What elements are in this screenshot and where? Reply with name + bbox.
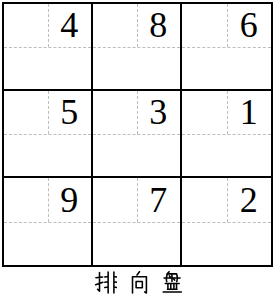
cell-number: 6 bbox=[227, 4, 272, 47]
cell-number: 8 bbox=[137, 4, 181, 47]
cell-horizontal-guide bbox=[4, 222, 91, 223]
cell-horizontal-guide bbox=[93, 134, 180, 135]
cell-horizontal-guide bbox=[93, 222, 180, 223]
puzzle-board: 4 8 6 5 3 1 9 bbox=[2, 2, 273, 267]
cell-r1c2[interactable]: 8 bbox=[93, 4, 182, 91]
cell-horizontal-guide bbox=[4, 47, 91, 48]
cell-number: 4 bbox=[48, 4, 92, 47]
cell-r2c1[interactable]: 5 bbox=[4, 91, 93, 178]
cell-number: 5 bbox=[48, 91, 92, 134]
cell-r3c1[interactable]: 9 bbox=[4, 178, 93, 265]
cell-r2c2[interactable]: 3 bbox=[93, 91, 182, 178]
cell-r1c1[interactable]: 4 bbox=[4, 4, 93, 91]
cell-horizontal-guide bbox=[93, 47, 180, 48]
cell-r3c3[interactable]: 2 bbox=[182, 178, 271, 265]
cell-number: 1 bbox=[227, 91, 272, 134]
cell-r1c3[interactable]: 6 bbox=[182, 4, 271, 91]
caption-char-pai-icon bbox=[94, 271, 117, 294]
caption-char-xiang-icon bbox=[127, 271, 150, 294]
screenshot-root: 4 8 6 5 3 1 9 bbox=[0, 0, 277, 306]
caption-char-pan-icon bbox=[160, 271, 183, 294]
cell-horizontal-guide bbox=[182, 134, 271, 135]
cell-number: 2 bbox=[227, 178, 272, 222]
cell-number: 3 bbox=[137, 91, 181, 134]
cell-horizontal-guide bbox=[182, 47, 271, 48]
cell-r3c2[interactable]: 7 bbox=[93, 178, 182, 265]
cell-horizontal-guide bbox=[4, 134, 91, 135]
cell-number: 7 bbox=[137, 178, 181, 222]
cell-horizontal-guide bbox=[182, 222, 271, 223]
cell-r2c3[interactable]: 1 bbox=[182, 91, 271, 178]
board-caption bbox=[0, 271, 277, 294]
cell-number: 9 bbox=[48, 178, 92, 222]
